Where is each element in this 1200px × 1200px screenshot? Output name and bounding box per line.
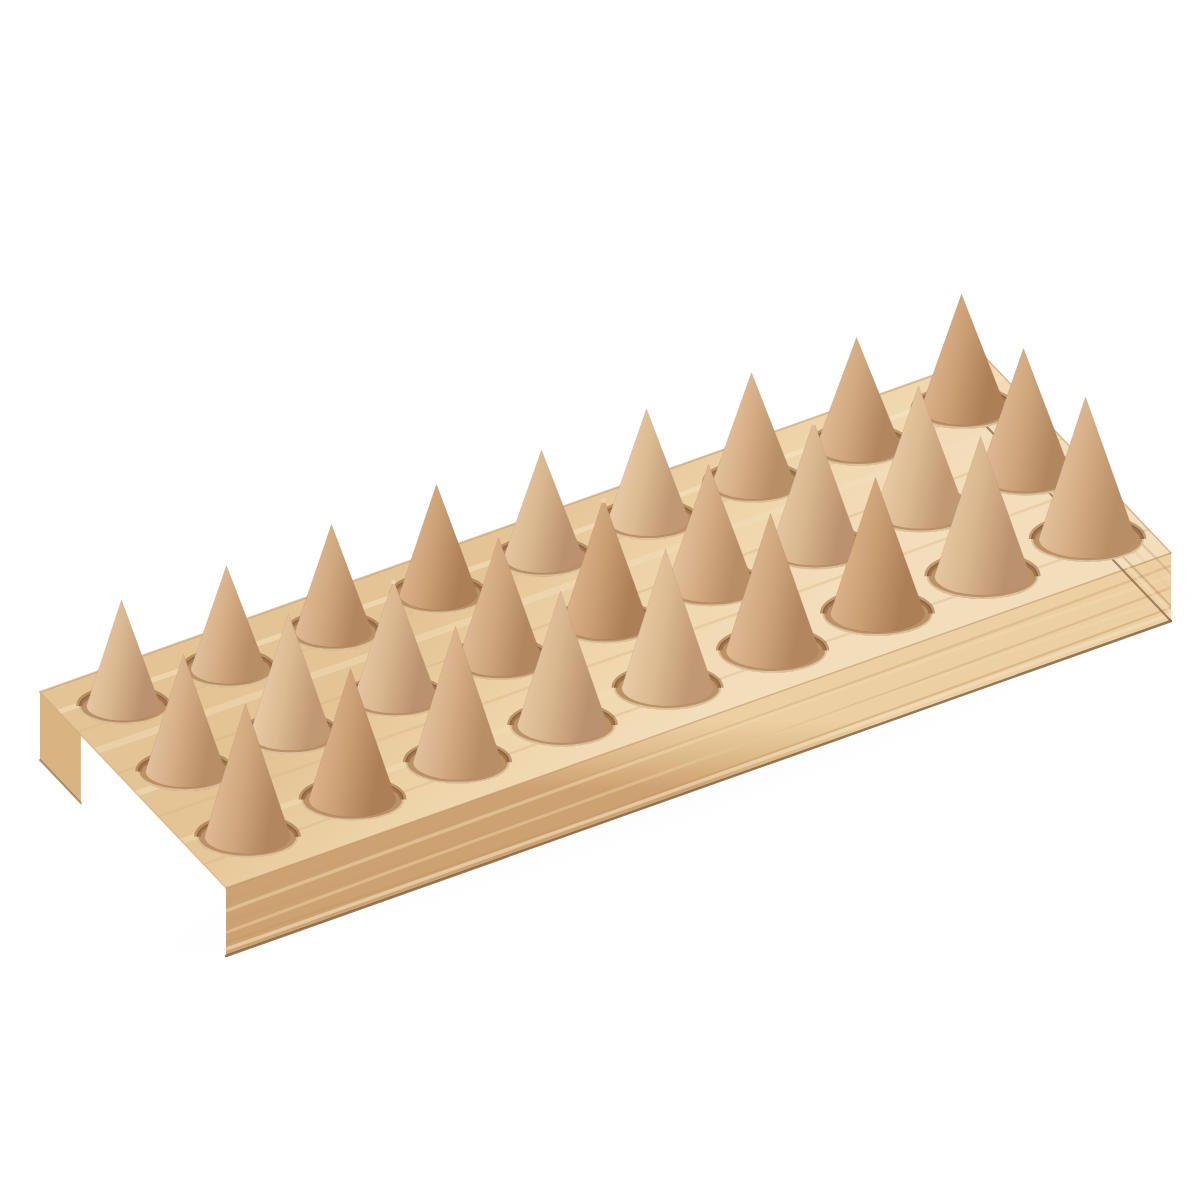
cone-r1c9[interactable] [921,294,1006,425]
cone-blunt-tip [601,498,606,503]
cone-blunt-tip [391,580,396,585]
cone-board-svg [0,0,1200,1200]
cell-r1c9 [914,294,1013,428]
product-photo-stage [0,0,1200,1200]
cone-blunt-tip [811,421,816,426]
